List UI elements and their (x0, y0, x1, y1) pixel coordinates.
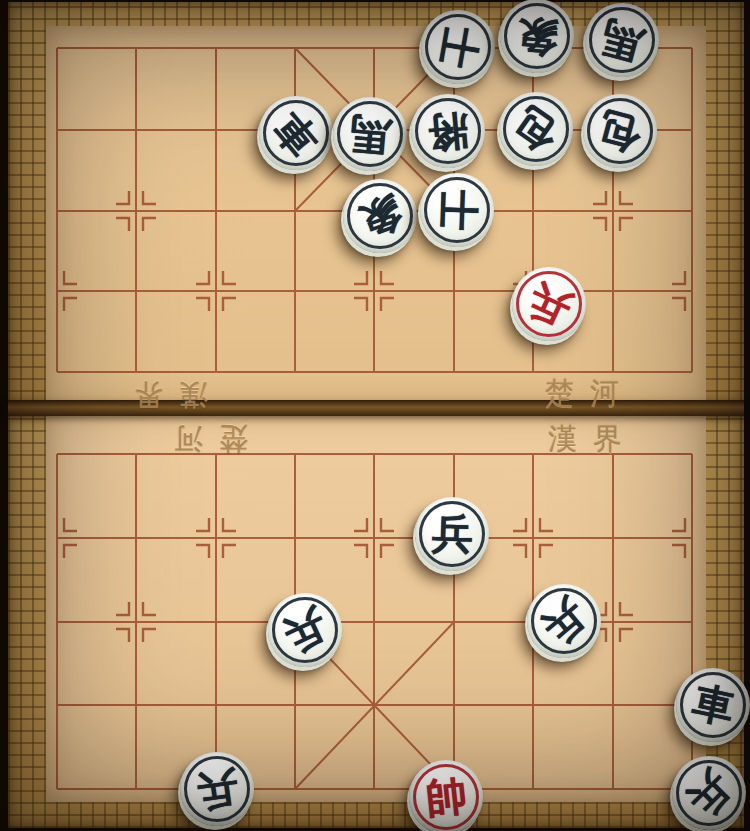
piece-black-cannon-right[interactable]: 包 (583, 94, 657, 168)
piece-black-advisor-left[interactable]: 士 (420, 173, 494, 247)
piece-black-soldier-2[interactable]: 兵 (268, 593, 342, 667)
piece-glyph: 士 (434, 23, 481, 70)
piece-black-cannon-left[interactable]: 包 (499, 92, 573, 166)
piece-glyph: 兵 (680, 764, 738, 822)
piece-glyph: 兵 (522, 277, 576, 331)
piece-black-soldier-1[interactable]: 兵 (415, 497, 489, 571)
piece-black-elephant-left[interactable]: 象 (343, 179, 417, 253)
piece-glyph: 象 (515, 14, 559, 58)
river-label-chuhe-flipped: 楚河 (158, 418, 248, 458)
piece-glyph: 兵 (278, 603, 332, 657)
piece-glyph: 兵 (535, 592, 593, 650)
piece-glyph: 帥 (423, 774, 468, 819)
piece-glyph: 兵 (194, 766, 240, 812)
piece-black-soldier-5[interactable]: 兵 (672, 756, 746, 830)
piece-black-horse-right[interactable]: 馬 (585, 3, 659, 77)
piece-glyph: 兵 (431, 513, 473, 555)
piece-black-chariot-right[interactable]: 車 (676, 668, 750, 742)
piece-black-soldier-4[interactable]: 兵 (180, 752, 254, 826)
piece-glyph: 將 (426, 109, 470, 153)
piece-black-general[interactable]: 將 (411, 94, 485, 168)
river-label-hanjie: 漢界 (548, 420, 638, 460)
piece-black-soldier-3[interactable]: 兵 (527, 584, 601, 658)
piece-red-general[interactable]: 帥 (409, 760, 483, 831)
river-label-chuhe: 楚河 (545, 374, 635, 414)
piece-glyph: 馬 (348, 112, 392, 156)
piece-black-advisor-right[interactable]: 士 (421, 10, 495, 84)
piece-glyph: 包 (595, 106, 645, 156)
piece-glyph: 車 (689, 681, 738, 730)
piece-glyph: 車 (267, 104, 325, 162)
piece-glyph: 馬 (597, 15, 647, 65)
piece-black-horse-left[interactable]: 馬 (333, 97, 407, 171)
piece-glyph: 象 (354, 190, 407, 243)
piece-black-chariot-left[interactable]: 車 (259, 96, 333, 170)
river-label-hanjie-flipped: 漢界 (118, 374, 208, 414)
piece-glyph: 士 (436, 189, 478, 231)
board-field-lower-half (46, 416, 706, 802)
piece-red-soldier[interactable]: 兵 (512, 267, 586, 341)
piece-glyph: 包 (507, 100, 564, 157)
piece-black-elephant-right[interactable]: 象 (500, 0, 574, 73)
